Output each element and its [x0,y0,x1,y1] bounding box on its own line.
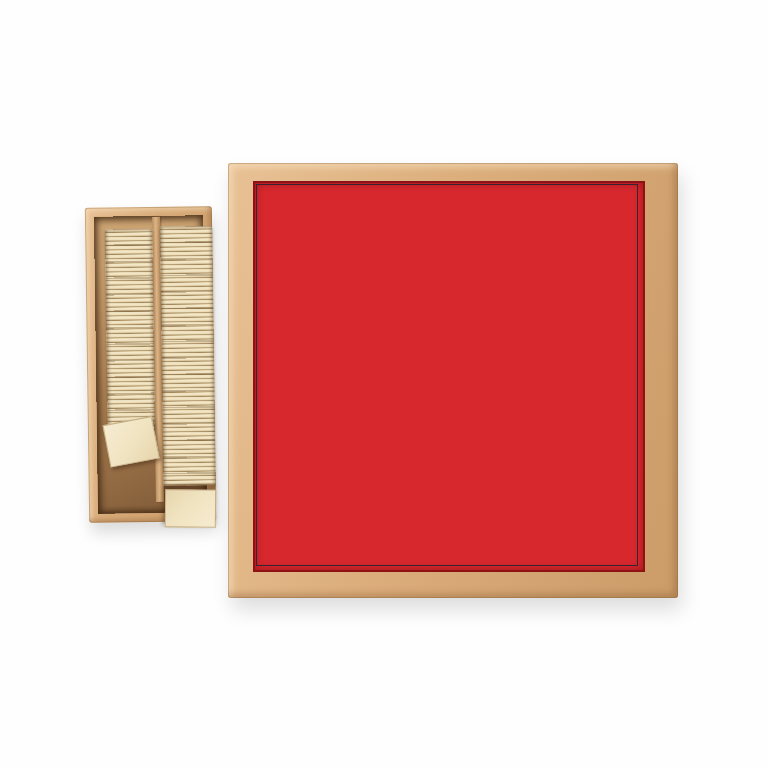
tile-box-interior [94,215,207,513]
hundred-board [228,163,678,598]
board-grid [256,184,638,566]
board-red-field [253,181,645,572]
tile-box [85,206,216,523]
box-front-tile-63[interactable] [102,416,159,468]
tile-stack-right[interactable] [160,226,216,486]
box-front-tile-100[interactable] [165,489,216,528]
product-photo-scene [0,0,768,768]
tile-stack-left[interactable] [105,229,155,430]
